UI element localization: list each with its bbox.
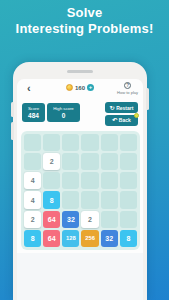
empty-cell: [62, 153, 79, 170]
empty-cell: [81, 191, 98, 208]
back-button[interactable]: ↶ Back: [105, 115, 138, 126]
back-cost-badge: [134, 113, 139, 118]
tile-256: 256: [81, 230, 98, 247]
empty-cell: [62, 134, 79, 151]
tile-2: 2: [24, 211, 41, 228]
empty-cell: [43, 172, 60, 189]
tile-8: 8: [24, 230, 41, 247]
empty-cell: [24, 134, 41, 151]
tile-8: 8: [120, 230, 137, 247]
phone-mockup: ‹ 160 + ? How to play Score 484 High sco…: [13, 62, 147, 300]
tile-64: 64: [43, 211, 60, 228]
score-label: Score: [22, 106, 45, 111]
empty-cell: [120, 153, 137, 170]
headline-line1: Solve: [0, 5, 169, 21]
app-header: ‹ 160 + ? How to play: [17, 79, 143, 100]
empty-cell: [62, 191, 79, 208]
tile-2: 2: [43, 153, 60, 170]
phone-power-button: [146, 88, 149, 110]
tile-2: 2: [81, 211, 98, 228]
empty-cell: [120, 134, 137, 151]
tile-4: 4: [24, 191, 41, 208]
high-score-label: High score: [47, 106, 80, 111]
screenshot-root: Solve Interesting Problems! ‹ 160 + ? Ho…: [0, 0, 169, 300]
empty-cell: [120, 172, 137, 189]
game-board[interactable]: 2448264322864128256328: [21, 131, 140, 250]
coin-count: 160: [75, 85, 85, 91]
restart-button[interactable]: ↻ Restart: [105, 102, 138, 113]
tile-32: 32: [101, 230, 118, 247]
restart-icon: ↻: [110, 105, 115, 111]
empty-cell: [81, 153, 98, 170]
help-label: How to play: [117, 90, 138, 95]
tile-64: 64: [43, 230, 60, 247]
tile-4: 4: [24, 172, 41, 189]
score-bar: Score 484 High score 0 ↻ Restart ↶ Back: [22, 102, 138, 128]
empty-cell: [101, 134, 118, 151]
tile-128: 128: [62, 230, 79, 247]
restart-label: Restart: [116, 105, 133, 111]
help-icon: ?: [124, 82, 131, 89]
score-value: 484: [22, 112, 45, 119]
add-coins-button[interactable]: +: [87, 84, 94, 91]
phone-speaker: [67, 70, 93, 73]
empty-cell: [43, 134, 60, 151]
empty-cell: [120, 191, 137, 208]
empty-cell: [81, 134, 98, 151]
high-score-value: 0: [47, 112, 80, 119]
screen-bottom: [17, 253, 143, 300]
high-score-box: High score 0: [47, 103, 80, 122]
empty-cell: [101, 153, 118, 170]
empty-cell: [101, 191, 118, 208]
coin-icon: [66, 84, 73, 91]
empty-cell: [101, 211, 118, 228]
back-label: Back: [119, 117, 131, 123]
coin-counter: 160 +: [66, 84, 94, 91]
score-box: Score 484: [22, 103, 45, 122]
phone-screen: ‹ 160 + ? How to play Score 484 High sco…: [17, 79, 143, 300]
action-buttons: ↻ Restart ↶ Back: [105, 102, 138, 127]
tile-8: 8: [43, 191, 60, 208]
phone-volume-down-button: [11, 122, 14, 140]
back-chevron-icon[interactable]: ‹: [27, 81, 31, 95]
empty-cell: [62, 172, 79, 189]
empty-cell: [24, 153, 41, 170]
how-to-play-button[interactable]: ? How to play: [117, 82, 138, 95]
tile-32: 32: [62, 211, 79, 228]
empty-cell: [101, 172, 118, 189]
phone-volume-up-button: [11, 102, 14, 117]
empty-cell: [120, 211, 137, 228]
headline-line2: Interesting Problems!: [0, 21, 169, 37]
headline: Solve Interesting Problems!: [0, 5, 169, 37]
undo-icon: ↶: [112, 117, 117, 123]
empty-cell: [81, 172, 98, 189]
